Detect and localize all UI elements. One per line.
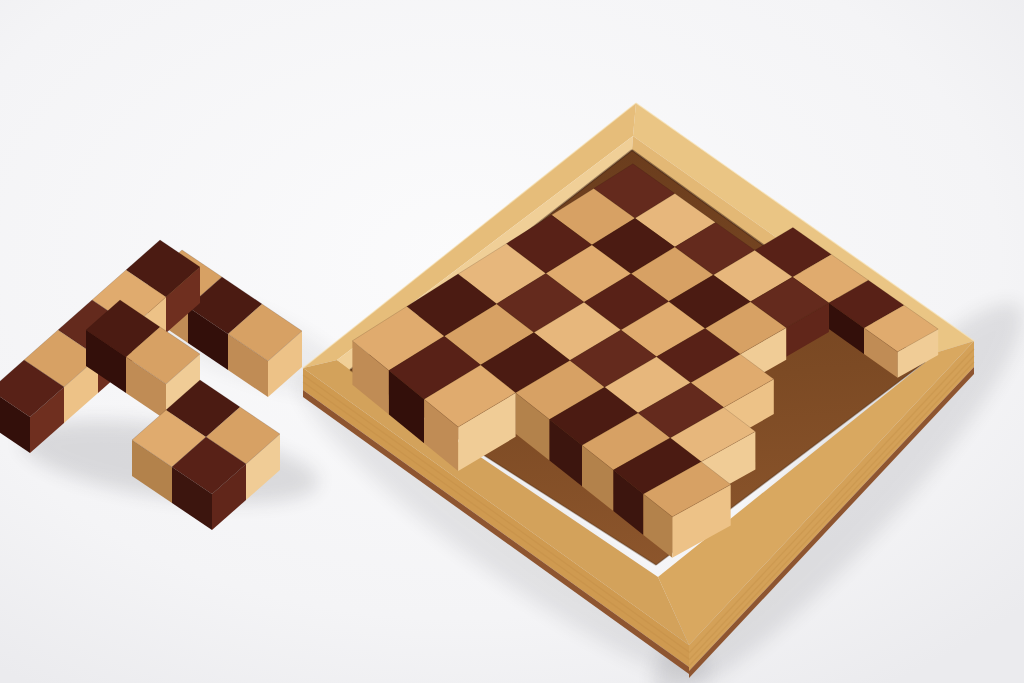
puzzle-photo-scene [0, 0, 1024, 683]
wooden-puzzle-scene [0, 0, 1024, 683]
